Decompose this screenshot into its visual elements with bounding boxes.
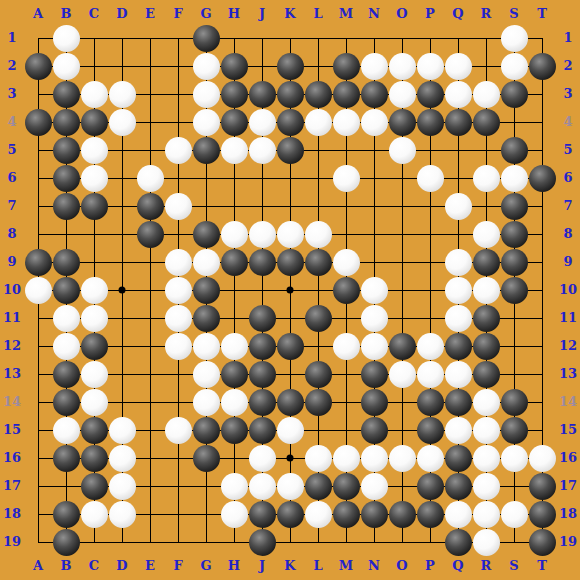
- intersection-P7[interactable]: [416, 192, 444, 220]
- intersection-M1[interactable]: [332, 24, 360, 52]
- intersection-F3[interactable]: [164, 80, 192, 108]
- intersection-T15[interactable]: [528, 416, 556, 444]
- intersection-C1[interactable]: [80, 24, 108, 52]
- intersection-N17[interactable]: [360, 472, 388, 500]
- intersection-O7[interactable]: [388, 192, 416, 220]
- intersection-Q11[interactable]: [444, 304, 472, 332]
- intersection-E8[interactable]: [136, 220, 164, 248]
- intersection-H9[interactable]: [220, 248, 248, 276]
- intersection-C12[interactable]: [80, 332, 108, 360]
- intersection-O6[interactable]: [388, 164, 416, 192]
- intersection-N16[interactable]: [360, 444, 388, 472]
- intersection-A15[interactable]: [24, 416, 52, 444]
- intersection-P6[interactable]: [416, 164, 444, 192]
- intersection-P8[interactable]: [416, 220, 444, 248]
- intersection-Q6[interactable]: [444, 164, 472, 192]
- intersection-E6[interactable]: [136, 164, 164, 192]
- intersection-C19[interactable]: [80, 528, 108, 556]
- intersection-C6[interactable]: [80, 164, 108, 192]
- intersection-D7[interactable]: [108, 192, 136, 220]
- intersection-P2[interactable]: [416, 52, 444, 80]
- intersection-N11[interactable]: [360, 304, 388, 332]
- intersection-O11[interactable]: [388, 304, 416, 332]
- intersection-S13[interactable]: [500, 360, 528, 388]
- intersection-Q19[interactable]: [444, 528, 472, 556]
- intersection-O2[interactable]: [388, 52, 416, 80]
- intersection-N18[interactable]: [360, 500, 388, 528]
- intersection-L18[interactable]: [304, 500, 332, 528]
- intersection-M18[interactable]: [332, 500, 360, 528]
- intersection-D19[interactable]: [108, 528, 136, 556]
- intersection-L14[interactable]: [304, 388, 332, 416]
- intersection-B9[interactable]: [52, 248, 80, 276]
- intersection-K11[interactable]: [276, 304, 304, 332]
- intersection-T7[interactable]: [528, 192, 556, 220]
- intersection-J10[interactable]: [248, 276, 276, 304]
- intersection-O15[interactable]: [388, 416, 416, 444]
- intersection-S16[interactable]: [500, 444, 528, 472]
- intersection-F5[interactable]: [164, 136, 192, 164]
- intersection-J9[interactable]: [248, 248, 276, 276]
- intersection-D18[interactable]: [108, 500, 136, 528]
- intersection-O13[interactable]: [388, 360, 416, 388]
- intersection-K1[interactable]: [276, 24, 304, 52]
- intersection-R4[interactable]: [472, 108, 500, 136]
- intersection-K15[interactable]: [276, 416, 304, 444]
- intersection-Q13[interactable]: [444, 360, 472, 388]
- intersection-K16[interactable]: [276, 444, 304, 472]
- intersection-J12[interactable]: [248, 332, 276, 360]
- intersection-G11[interactable]: [192, 304, 220, 332]
- intersection-G5[interactable]: [192, 136, 220, 164]
- intersection-G16[interactable]: [192, 444, 220, 472]
- intersection-O17[interactable]: [388, 472, 416, 500]
- intersection-T8[interactable]: [528, 220, 556, 248]
- intersection-G19[interactable]: [192, 528, 220, 556]
- intersection-N1[interactable]: [360, 24, 388, 52]
- intersection-O14[interactable]: [388, 388, 416, 416]
- intersection-H13[interactable]: [220, 360, 248, 388]
- intersection-H8[interactable]: [220, 220, 248, 248]
- intersection-B17[interactable]: [52, 472, 80, 500]
- intersection-M13[interactable]: [332, 360, 360, 388]
- intersection-C13[interactable]: [80, 360, 108, 388]
- intersection-R12[interactable]: [472, 332, 500, 360]
- intersection-L9[interactable]: [304, 248, 332, 276]
- intersection-L7[interactable]: [304, 192, 332, 220]
- intersection-Q9[interactable]: [444, 248, 472, 276]
- intersection-F19[interactable]: [164, 528, 192, 556]
- intersection-Q7[interactable]: [444, 192, 472, 220]
- intersection-Q17[interactable]: [444, 472, 472, 500]
- intersection-G3[interactable]: [192, 80, 220, 108]
- intersection-K12[interactable]: [276, 332, 304, 360]
- intersection-P11[interactable]: [416, 304, 444, 332]
- intersection-A10[interactable]: [24, 276, 52, 304]
- intersection-R9[interactable]: [472, 248, 500, 276]
- intersection-C10[interactable]: [80, 276, 108, 304]
- intersection-L8[interactable]: [304, 220, 332, 248]
- intersection-F17[interactable]: [164, 472, 192, 500]
- intersection-L4[interactable]: [304, 108, 332, 136]
- intersection-T12[interactable]: [528, 332, 556, 360]
- intersection-A8[interactable]: [24, 220, 52, 248]
- intersection-N9[interactable]: [360, 248, 388, 276]
- intersection-M11[interactable]: [332, 304, 360, 332]
- intersection-E14[interactable]: [136, 388, 164, 416]
- intersection-A18[interactable]: [24, 500, 52, 528]
- intersection-S19[interactable]: [500, 528, 528, 556]
- intersection-N12[interactable]: [360, 332, 388, 360]
- intersection-K4[interactable]: [276, 108, 304, 136]
- intersection-E1[interactable]: [136, 24, 164, 52]
- intersection-R15[interactable]: [472, 416, 500, 444]
- intersection-E13[interactable]: [136, 360, 164, 388]
- intersection-E19[interactable]: [136, 528, 164, 556]
- intersection-R14[interactable]: [472, 388, 500, 416]
- intersection-H5[interactable]: [220, 136, 248, 164]
- intersection-N14[interactable]: [360, 388, 388, 416]
- intersection-P19[interactable]: [416, 528, 444, 556]
- intersection-C5[interactable]: [80, 136, 108, 164]
- intersection-R16[interactable]: [472, 444, 500, 472]
- intersection-F14[interactable]: [164, 388, 192, 416]
- intersection-H16[interactable]: [220, 444, 248, 472]
- intersection-F18[interactable]: [164, 500, 192, 528]
- intersection-C18[interactable]: [80, 500, 108, 528]
- intersection-J6[interactable]: [248, 164, 276, 192]
- intersection-O10[interactable]: [388, 276, 416, 304]
- intersection-N6[interactable]: [360, 164, 388, 192]
- intersection-B8[interactable]: [52, 220, 80, 248]
- intersection-B12[interactable]: [52, 332, 80, 360]
- intersection-D2[interactable]: [108, 52, 136, 80]
- intersection-Q4[interactable]: [444, 108, 472, 136]
- intersection-F12[interactable]: [164, 332, 192, 360]
- intersection-H7[interactable]: [220, 192, 248, 220]
- intersection-Q12[interactable]: [444, 332, 472, 360]
- intersection-C9[interactable]: [80, 248, 108, 276]
- intersection-B4[interactable]: [52, 108, 80, 136]
- intersection-H10[interactable]: [220, 276, 248, 304]
- intersection-R8[interactable]: [472, 220, 500, 248]
- intersection-S14[interactable]: [500, 388, 528, 416]
- intersection-D17[interactable]: [108, 472, 136, 500]
- intersection-A3[interactable]: [24, 80, 52, 108]
- intersection-O4[interactable]: [388, 108, 416, 136]
- intersection-F9[interactable]: [164, 248, 192, 276]
- intersection-G2[interactable]: [192, 52, 220, 80]
- intersection-G9[interactable]: [192, 248, 220, 276]
- intersection-H12[interactable]: [220, 332, 248, 360]
- intersection-E5[interactable]: [136, 136, 164, 164]
- intersection-F11[interactable]: [164, 304, 192, 332]
- intersection-T14[interactable]: [528, 388, 556, 416]
- intersection-M10[interactable]: [332, 276, 360, 304]
- intersection-J13[interactable]: [248, 360, 276, 388]
- intersection-D10[interactable]: [108, 276, 136, 304]
- intersection-D1[interactable]: [108, 24, 136, 52]
- intersection-N3[interactable]: [360, 80, 388, 108]
- intersection-H6[interactable]: [220, 164, 248, 192]
- intersection-E18[interactable]: [136, 500, 164, 528]
- intersection-S2[interactable]: [500, 52, 528, 80]
- intersection-D3[interactable]: [108, 80, 136, 108]
- intersection-G6[interactable]: [192, 164, 220, 192]
- intersection-E2[interactable]: [136, 52, 164, 80]
- intersection-R17[interactable]: [472, 472, 500, 500]
- intersection-E17[interactable]: [136, 472, 164, 500]
- intersection-D4[interactable]: [108, 108, 136, 136]
- intersection-B11[interactable]: [52, 304, 80, 332]
- intersection-L13[interactable]: [304, 360, 332, 388]
- intersection-Q10[interactable]: [444, 276, 472, 304]
- intersection-Q3[interactable]: [444, 80, 472, 108]
- intersection-Q1[interactable]: [444, 24, 472, 52]
- intersection-T9[interactable]: [528, 248, 556, 276]
- intersection-S17[interactable]: [500, 472, 528, 500]
- intersection-T19[interactable]: [528, 528, 556, 556]
- intersection-Q8[interactable]: [444, 220, 472, 248]
- intersection-B2[interactable]: [52, 52, 80, 80]
- intersection-L1[interactable]: [304, 24, 332, 52]
- intersection-N4[interactable]: [360, 108, 388, 136]
- intersection-J17[interactable]: [248, 472, 276, 500]
- intersection-C15[interactable]: [80, 416, 108, 444]
- intersection-Q2[interactable]: [444, 52, 472, 80]
- intersection-R2[interactable]: [472, 52, 500, 80]
- intersection-N19[interactable]: [360, 528, 388, 556]
- intersection-D12[interactable]: [108, 332, 136, 360]
- intersection-S5[interactable]: [500, 136, 528, 164]
- intersection-K7[interactable]: [276, 192, 304, 220]
- intersection-A11[interactable]: [24, 304, 52, 332]
- intersection-L15[interactable]: [304, 416, 332, 444]
- intersection-B3[interactable]: [52, 80, 80, 108]
- intersection-S18[interactable]: [500, 500, 528, 528]
- intersection-A7[interactable]: [24, 192, 52, 220]
- intersection-M3[interactable]: [332, 80, 360, 108]
- intersection-T13[interactable]: [528, 360, 556, 388]
- intersection-N5[interactable]: [360, 136, 388, 164]
- intersection-Q5[interactable]: [444, 136, 472, 164]
- intersection-G18[interactable]: [192, 500, 220, 528]
- intersection-K6[interactable]: [276, 164, 304, 192]
- intersection-R18[interactable]: [472, 500, 500, 528]
- intersection-O5[interactable]: [388, 136, 416, 164]
- intersection-C4[interactable]: [80, 108, 108, 136]
- intersection-L11[interactable]: [304, 304, 332, 332]
- intersection-R6[interactable]: [472, 164, 500, 192]
- intersection-B14[interactable]: [52, 388, 80, 416]
- intersection-K8[interactable]: [276, 220, 304, 248]
- intersection-C8[interactable]: [80, 220, 108, 248]
- intersection-N2[interactable]: [360, 52, 388, 80]
- intersection-C17[interactable]: [80, 472, 108, 500]
- intersection-K2[interactable]: [276, 52, 304, 80]
- intersection-A14[interactable]: [24, 388, 52, 416]
- intersection-N13[interactable]: [360, 360, 388, 388]
- intersection-B5[interactable]: [52, 136, 80, 164]
- intersection-T5[interactable]: [528, 136, 556, 164]
- intersection-Q14[interactable]: [444, 388, 472, 416]
- intersection-B7[interactable]: [52, 192, 80, 220]
- intersection-T6[interactable]: [528, 164, 556, 192]
- intersection-J11[interactable]: [248, 304, 276, 332]
- intersection-E9[interactable]: [136, 248, 164, 276]
- intersection-H15[interactable]: [220, 416, 248, 444]
- intersection-S4[interactable]: [500, 108, 528, 136]
- intersection-J15[interactable]: [248, 416, 276, 444]
- intersection-M2[interactable]: [332, 52, 360, 80]
- intersection-T2[interactable]: [528, 52, 556, 80]
- intersection-M4[interactable]: [332, 108, 360, 136]
- intersection-M17[interactable]: [332, 472, 360, 500]
- intersection-J19[interactable]: [248, 528, 276, 556]
- intersection-P13[interactable]: [416, 360, 444, 388]
- intersection-O3[interactable]: [388, 80, 416, 108]
- intersection-A17[interactable]: [24, 472, 52, 500]
- intersection-D16[interactable]: [108, 444, 136, 472]
- intersection-F4[interactable]: [164, 108, 192, 136]
- intersection-A6[interactable]: [24, 164, 52, 192]
- intersection-N10[interactable]: [360, 276, 388, 304]
- intersection-K13[interactable]: [276, 360, 304, 388]
- intersection-F8[interactable]: [164, 220, 192, 248]
- intersection-T11[interactable]: [528, 304, 556, 332]
- intersection-K10[interactable]: [276, 276, 304, 304]
- intersection-L5[interactable]: [304, 136, 332, 164]
- intersection-G10[interactable]: [192, 276, 220, 304]
- intersection-D9[interactable]: [108, 248, 136, 276]
- intersection-S3[interactable]: [500, 80, 528, 108]
- intersection-C3[interactable]: [80, 80, 108, 108]
- intersection-J2[interactable]: [248, 52, 276, 80]
- intersection-E11[interactable]: [136, 304, 164, 332]
- intersection-H11[interactable]: [220, 304, 248, 332]
- intersection-T3[interactable]: [528, 80, 556, 108]
- intersection-L17[interactable]: [304, 472, 332, 500]
- intersection-Q15[interactable]: [444, 416, 472, 444]
- intersection-T10[interactable]: [528, 276, 556, 304]
- intersection-A9[interactable]: [24, 248, 52, 276]
- intersection-J16[interactable]: [248, 444, 276, 472]
- intersection-J1[interactable]: [248, 24, 276, 52]
- intersection-N7[interactable]: [360, 192, 388, 220]
- intersection-H1[interactable]: [220, 24, 248, 52]
- intersection-D5[interactable]: [108, 136, 136, 164]
- intersection-E12[interactable]: [136, 332, 164, 360]
- intersection-R13[interactable]: [472, 360, 500, 388]
- intersection-L10[interactable]: [304, 276, 332, 304]
- intersection-S10[interactable]: [500, 276, 528, 304]
- intersection-L6[interactable]: [304, 164, 332, 192]
- intersection-R7[interactable]: [472, 192, 500, 220]
- intersection-A16[interactable]: [24, 444, 52, 472]
- intersection-P16[interactable]: [416, 444, 444, 472]
- intersection-P14[interactable]: [416, 388, 444, 416]
- intersection-O12[interactable]: [388, 332, 416, 360]
- intersection-J4[interactable]: [248, 108, 276, 136]
- intersection-P15[interactable]: [416, 416, 444, 444]
- intersection-B13[interactable]: [52, 360, 80, 388]
- intersection-F10[interactable]: [164, 276, 192, 304]
- intersection-D14[interactable]: [108, 388, 136, 416]
- intersection-O19[interactable]: [388, 528, 416, 556]
- intersection-A5[interactable]: [24, 136, 52, 164]
- intersection-S15[interactable]: [500, 416, 528, 444]
- intersection-K9[interactable]: [276, 248, 304, 276]
- intersection-S7[interactable]: [500, 192, 528, 220]
- intersection-F1[interactable]: [164, 24, 192, 52]
- intersection-B10[interactable]: [52, 276, 80, 304]
- intersection-C14[interactable]: [80, 388, 108, 416]
- intersection-T4[interactable]: [528, 108, 556, 136]
- intersection-F2[interactable]: [164, 52, 192, 80]
- intersection-K5[interactable]: [276, 136, 304, 164]
- intersection-G7[interactable]: [192, 192, 220, 220]
- intersection-E16[interactable]: [136, 444, 164, 472]
- intersection-B6[interactable]: [52, 164, 80, 192]
- intersection-A19[interactable]: [24, 528, 52, 556]
- intersection-G17[interactable]: [192, 472, 220, 500]
- intersection-K17[interactable]: [276, 472, 304, 500]
- intersection-S9[interactable]: [500, 248, 528, 276]
- intersection-D6[interactable]: [108, 164, 136, 192]
- intersection-H3[interactable]: [220, 80, 248, 108]
- intersection-K19[interactable]: [276, 528, 304, 556]
- intersection-J3[interactable]: [248, 80, 276, 108]
- intersection-S11[interactable]: [500, 304, 528, 332]
- intersection-A2[interactable]: [24, 52, 52, 80]
- intersection-R1[interactable]: [472, 24, 500, 52]
- intersection-C2[interactable]: [80, 52, 108, 80]
- intersection-M8[interactable]: [332, 220, 360, 248]
- intersection-M12[interactable]: [332, 332, 360, 360]
- intersection-G15[interactable]: [192, 416, 220, 444]
- intersection-O8[interactable]: [388, 220, 416, 248]
- intersection-E15[interactable]: [136, 416, 164, 444]
- intersection-O16[interactable]: [388, 444, 416, 472]
- intersection-E10[interactable]: [136, 276, 164, 304]
- intersection-A1[interactable]: [24, 24, 52, 52]
- intersection-N15[interactable]: [360, 416, 388, 444]
- intersection-P5[interactable]: [416, 136, 444, 164]
- intersection-F7[interactable]: [164, 192, 192, 220]
- intersection-L16[interactable]: [304, 444, 332, 472]
- intersection-L3[interactable]: [304, 80, 332, 108]
- intersection-K14[interactable]: [276, 388, 304, 416]
- intersection-J18[interactable]: [248, 500, 276, 528]
- intersection-M15[interactable]: [332, 416, 360, 444]
- intersection-F15[interactable]: [164, 416, 192, 444]
- intersection-M7[interactable]: [332, 192, 360, 220]
- intersection-D8[interactable]: [108, 220, 136, 248]
- intersection-H19[interactable]: [220, 528, 248, 556]
- intersection-C16[interactable]: [80, 444, 108, 472]
- intersection-M5[interactable]: [332, 136, 360, 164]
- intersection-P4[interactable]: [416, 108, 444, 136]
- intersection-L2[interactable]: [304, 52, 332, 80]
- intersection-H17[interactable]: [220, 472, 248, 500]
- intersection-G8[interactable]: [192, 220, 220, 248]
- intersection-S12[interactable]: [500, 332, 528, 360]
- intersection-Q18[interactable]: [444, 500, 472, 528]
- intersection-K3[interactable]: [276, 80, 304, 108]
- intersection-Q16[interactable]: [444, 444, 472, 472]
- intersection-R5[interactable]: [472, 136, 500, 164]
- intersection-G12[interactable]: [192, 332, 220, 360]
